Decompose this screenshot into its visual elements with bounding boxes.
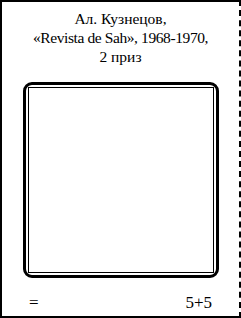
chess-board-inner-border [28, 87, 214, 273]
source-line: «Revista de Sah», 1968-1970, [2, 28, 239, 47]
diagram-footer: = 5+5 [2, 293, 239, 313]
chess-board [29, 88, 213, 272]
problem-card: Ал. Кузнецов, «Revista de Sah», 1968-197… [0, 0, 241, 318]
stipulation-draw: = [29, 293, 39, 313]
problem-title: Ал. Кузнецов, «Revista de Sah», 1968-197… [2, 2, 239, 66]
material-count: 5+5 [185, 293, 212, 313]
award-line: 2 приз [2, 47, 239, 66]
chess-board-frame [23, 82, 219, 278]
author-line: Ал. Кузнецов, [2, 9, 239, 28]
